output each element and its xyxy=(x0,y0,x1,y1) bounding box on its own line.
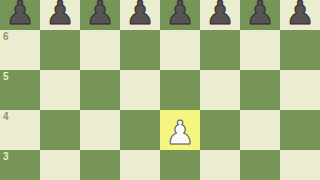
square-e4[interactable]: ♟ xyxy=(160,110,200,150)
piece-black-pawn[interactable]: ♟ xyxy=(160,0,200,30)
piece-black-pawn[interactable]: ♟ xyxy=(200,0,240,30)
square-f4[interactable] xyxy=(200,110,240,150)
board-viewport: 8♜♞♝♛♚♝♞♜7♟♟♟♟♟♟♟♟654♟32♟♟♟♟♟♟♟1a♜b♞c♝d♛… xyxy=(0,0,320,180)
square-e6[interactable] xyxy=(160,30,200,70)
piece-black-pawn[interactable]: ♟ xyxy=(80,0,120,30)
piece-black-pawn[interactable]: ♟ xyxy=(0,0,40,30)
square-a5[interactable]: 5 xyxy=(0,70,40,110)
square-f5[interactable] xyxy=(200,70,240,110)
piece-black-pawn[interactable]: ♟ xyxy=(40,0,80,30)
piece-black-pawn[interactable]: ♟ xyxy=(120,0,160,30)
square-a3[interactable]: 3 xyxy=(0,150,40,180)
square-e7[interactable]: ♟ xyxy=(160,0,200,30)
square-f6[interactable] xyxy=(200,30,240,70)
square-d3[interactable] xyxy=(120,150,160,180)
square-f3[interactable] xyxy=(200,150,240,180)
square-a6[interactable]: 6 xyxy=(0,30,40,70)
square-b5[interactable] xyxy=(40,70,80,110)
square-b4[interactable] xyxy=(40,110,80,150)
square-c6[interactable] xyxy=(80,30,120,70)
square-g3[interactable] xyxy=(240,150,280,180)
square-h7[interactable]: ♟ xyxy=(280,0,320,30)
square-g5[interactable] xyxy=(240,70,280,110)
square-h6[interactable] xyxy=(280,30,320,70)
rank-label-5: 5 xyxy=(3,72,9,82)
square-c4[interactable] xyxy=(80,110,120,150)
square-d7[interactable]: ♟ xyxy=(120,0,160,30)
square-b3[interactable] xyxy=(40,150,80,180)
square-d5[interactable] xyxy=(120,70,160,110)
square-h4[interactable] xyxy=(280,110,320,150)
piece-black-pawn[interactable]: ♟ xyxy=(280,0,320,30)
square-d4[interactable] xyxy=(120,110,160,150)
chess-board: 8♜♞♝♛♚♝♞♜7♟♟♟♟♟♟♟♟654♟32♟♟♟♟♟♟♟1a♜b♞c♝d♛… xyxy=(0,0,320,180)
square-f7[interactable]: ♟ xyxy=(200,0,240,30)
square-h3[interactable] xyxy=(280,150,320,180)
square-b6[interactable] xyxy=(40,30,80,70)
square-c7[interactable]: ♟ xyxy=(80,0,120,30)
piece-white-pawn[interactable]: ♟ xyxy=(160,110,200,150)
square-d6[interactable] xyxy=(120,30,160,70)
square-c5[interactable] xyxy=(80,70,120,110)
square-h5[interactable] xyxy=(280,70,320,110)
square-g4[interactable] xyxy=(240,110,280,150)
square-g7[interactable]: ♟ xyxy=(240,0,280,30)
square-e5[interactable] xyxy=(160,70,200,110)
rank-label-6: 6 xyxy=(3,32,9,42)
square-e3[interactable] xyxy=(160,150,200,180)
piece-black-pawn[interactable]: ♟ xyxy=(240,0,280,30)
rank-label-4: 4 xyxy=(3,112,9,122)
square-a7[interactable]: 7♟ xyxy=(0,0,40,30)
square-b7[interactable]: ♟ xyxy=(40,0,80,30)
square-c3[interactable] xyxy=(80,150,120,180)
square-g6[interactable] xyxy=(240,30,280,70)
square-a4[interactable]: 4 xyxy=(0,110,40,150)
rank-label-3: 3 xyxy=(3,152,9,162)
